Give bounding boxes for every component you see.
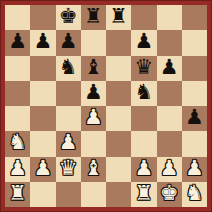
square-g1[interactable]: ♚ xyxy=(157,182,182,207)
white-rook-icon: ♜ xyxy=(134,183,153,204)
square-b1[interactable] xyxy=(30,182,55,207)
square-e6[interactable] xyxy=(106,56,131,81)
black-queen-icon: ♛ xyxy=(134,57,153,78)
square-e5[interactable] xyxy=(106,81,131,106)
white-rook-icon: ♜ xyxy=(8,183,27,204)
square-b5[interactable] xyxy=(30,81,55,106)
white-pawn-icon: ♟ xyxy=(8,158,27,179)
white-king-icon: ♚ xyxy=(160,183,179,204)
square-e1[interactable] xyxy=(106,182,131,207)
square-h1[interactable]: ♞ xyxy=(182,182,207,207)
square-f4[interactable] xyxy=(131,106,156,131)
square-e4[interactable] xyxy=(106,106,131,131)
square-e2[interactable] xyxy=(106,157,131,182)
white-knight-icon: ♞ xyxy=(185,183,204,204)
white-pawn-icon: ♟ xyxy=(33,158,52,179)
black-king-icon: ♚ xyxy=(59,6,78,27)
square-h4[interactable]: ♟ xyxy=(182,106,207,131)
black-pawn-icon: ♟ xyxy=(84,82,103,103)
square-c6[interactable]: ♞ xyxy=(56,56,81,81)
black-rook-icon: ♜ xyxy=(84,6,103,27)
square-g3[interactable] xyxy=(157,131,182,156)
black-rook-icon: ♜ xyxy=(109,6,128,27)
square-f3[interactable] xyxy=(131,131,156,156)
square-c8[interactable]: ♚ xyxy=(56,5,81,30)
black-knight-icon: ♞ xyxy=(134,82,153,103)
square-e7[interactable] xyxy=(106,30,131,55)
square-a4[interactable] xyxy=(5,106,30,131)
square-a7[interactable]: ♟ xyxy=(5,30,30,55)
white-pawn-icon: ♟ xyxy=(160,158,179,179)
black-pawn-icon: ♟ xyxy=(8,31,27,52)
square-f8[interactable] xyxy=(131,5,156,30)
white-pawn-icon: ♟ xyxy=(134,158,153,179)
square-g4[interactable] xyxy=(157,106,182,131)
square-b6[interactable] xyxy=(30,56,55,81)
square-g2[interactable]: ♟ xyxy=(157,157,182,182)
square-d3[interactable] xyxy=(81,131,106,156)
square-d7[interactable] xyxy=(81,30,106,55)
white-pawn-icon: ♟ xyxy=(185,158,204,179)
square-a5[interactable] xyxy=(5,81,30,106)
black-pawn-icon: ♟ xyxy=(33,31,52,52)
square-h3[interactable] xyxy=(182,131,207,156)
square-b7[interactable]: ♟ xyxy=(30,30,55,55)
square-h5[interactable] xyxy=(182,81,207,106)
square-d5[interactable]: ♟ xyxy=(81,81,106,106)
white-queen-icon: ♛ xyxy=(59,158,78,179)
black-pawn-icon: ♟ xyxy=(160,57,179,78)
square-h8[interactable] xyxy=(182,5,207,30)
square-f7[interactable]: ♟ xyxy=(131,30,156,55)
square-b4[interactable] xyxy=(30,106,55,131)
square-g7[interactable] xyxy=(157,30,182,55)
square-d8[interactable]: ♜ xyxy=(81,5,106,30)
square-f1[interactable]: ♜ xyxy=(131,182,156,207)
black-pawn-icon: ♟ xyxy=(185,107,204,128)
white-pawn-icon: ♟ xyxy=(84,107,103,128)
square-a6[interactable] xyxy=(5,56,30,81)
square-a8[interactable] xyxy=(5,5,30,30)
square-d4[interactable]: ♟ xyxy=(81,106,106,131)
square-d1[interactable] xyxy=(81,182,106,207)
square-b8[interactable] xyxy=(30,5,55,30)
square-a2[interactable]: ♟ xyxy=(5,157,30,182)
square-a1[interactable]: ♜ xyxy=(5,182,30,207)
square-c5[interactable] xyxy=(56,81,81,106)
chess-board-frame: ♚♜♜♟♟♟♟♞♝♛♟♟♞♟♟♞♟♟♟♛♝♟♟♟♜♜♚♞ xyxy=(0,0,212,212)
square-f5[interactable]: ♞ xyxy=(131,81,156,106)
square-b3[interactable] xyxy=(30,131,55,156)
square-d6[interactable]: ♝ xyxy=(81,56,106,81)
white-pawn-icon: ♟ xyxy=(59,132,78,153)
white-bishop-icon: ♝ xyxy=(84,158,103,179)
black-pawn-icon: ♟ xyxy=(59,31,78,52)
white-knight-icon: ♞ xyxy=(8,132,27,153)
square-c4[interactable] xyxy=(56,106,81,131)
square-b2[interactable]: ♟ xyxy=(30,157,55,182)
square-g6[interactable]: ♟ xyxy=(157,56,182,81)
square-e3[interactable] xyxy=(106,131,131,156)
square-e8[interactable]: ♜ xyxy=(106,5,131,30)
square-g5[interactable] xyxy=(157,81,182,106)
square-d2[interactable]: ♝ xyxy=(81,157,106,182)
square-f2[interactable]: ♟ xyxy=(131,157,156,182)
square-h7[interactable] xyxy=(182,30,207,55)
square-c3[interactable]: ♟ xyxy=(56,131,81,156)
square-c7[interactable]: ♟ xyxy=(56,30,81,55)
square-c1[interactable] xyxy=(56,182,81,207)
black-knight-icon: ♞ xyxy=(59,57,78,78)
square-h2[interactable]: ♟ xyxy=(182,157,207,182)
square-f6[interactable]: ♛ xyxy=(131,56,156,81)
black-bishop-icon: ♝ xyxy=(84,57,103,78)
square-g8[interactable] xyxy=(157,5,182,30)
chess-board: ♚♜♜♟♟♟♟♞♝♛♟♟♞♟♟♞♟♟♟♛♝♟♟♟♜♜♚♞ xyxy=(5,5,207,207)
square-c2[interactable]: ♛ xyxy=(56,157,81,182)
square-a3[interactable]: ♞ xyxy=(5,131,30,156)
black-pawn-icon: ♟ xyxy=(134,31,153,52)
square-h6[interactable] xyxy=(182,56,207,81)
